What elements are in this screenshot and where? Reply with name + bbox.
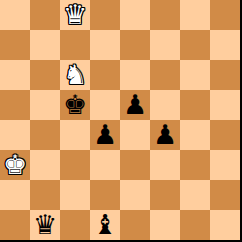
square-c3[interactable] xyxy=(60,150,90,180)
square-a8[interactable] xyxy=(0,0,30,30)
piece-black-queen[interactable]: ♛ xyxy=(33,211,57,238)
square-h4[interactable] xyxy=(210,120,240,150)
square-c1[interactable] xyxy=(60,210,90,240)
square-e2[interactable] xyxy=(120,180,150,210)
square-g3[interactable] xyxy=(180,150,210,180)
square-f1[interactable] xyxy=(150,210,180,240)
square-h7[interactable] xyxy=(210,30,240,60)
square-b8[interactable] xyxy=(30,0,60,30)
piece-white-queen[interactable]: ♛ xyxy=(63,1,87,28)
square-c2[interactable] xyxy=(60,180,90,210)
square-c5[interactable]: ♚ xyxy=(60,90,90,120)
square-f8[interactable] xyxy=(150,0,180,30)
chessboard-frame: ♛♞♚♟♟♟♚♛♝ xyxy=(0,0,242,242)
square-g4[interactable] xyxy=(180,120,210,150)
square-d2[interactable] xyxy=(90,180,120,210)
square-d1[interactable]: ♝ xyxy=(90,210,120,240)
square-a1[interactable] xyxy=(0,210,30,240)
square-h1[interactable] xyxy=(210,210,240,240)
square-g2[interactable] xyxy=(180,180,210,210)
piece-black-bishop[interactable]: ♝ xyxy=(93,211,117,238)
piece-white-king[interactable]: ♚ xyxy=(3,151,27,178)
square-c6[interactable]: ♞ xyxy=(60,60,90,90)
square-b7[interactable] xyxy=(30,30,60,60)
square-e4[interactable] xyxy=(120,120,150,150)
square-e3[interactable] xyxy=(120,150,150,180)
square-d7[interactable] xyxy=(90,30,120,60)
square-c4[interactable] xyxy=(60,120,90,150)
square-f6[interactable] xyxy=(150,60,180,90)
square-a7[interactable] xyxy=(0,30,30,60)
square-f3[interactable] xyxy=(150,150,180,180)
square-b3[interactable] xyxy=(30,150,60,180)
square-e7[interactable] xyxy=(120,30,150,60)
square-d4[interactable]: ♟ xyxy=(90,120,120,150)
square-h3[interactable] xyxy=(210,150,240,180)
square-f5[interactable] xyxy=(150,90,180,120)
square-b1[interactable]: ♛ xyxy=(30,210,60,240)
square-b6[interactable] xyxy=(30,60,60,90)
square-g5[interactable] xyxy=(180,90,210,120)
square-c7[interactable] xyxy=(60,30,90,60)
square-e1[interactable] xyxy=(120,210,150,240)
square-f2[interactable] xyxy=(150,180,180,210)
square-h2[interactable] xyxy=(210,180,240,210)
square-h6[interactable] xyxy=(210,60,240,90)
piece-black-pawn[interactable]: ♟ xyxy=(123,91,147,118)
square-a6[interactable] xyxy=(0,60,30,90)
square-e5[interactable]: ♟ xyxy=(120,90,150,120)
square-a4[interactable] xyxy=(0,120,30,150)
square-h5[interactable] xyxy=(210,90,240,120)
square-d6[interactable] xyxy=(90,60,120,90)
square-g1[interactable] xyxy=(180,210,210,240)
square-b2[interactable] xyxy=(30,180,60,210)
square-f7[interactable] xyxy=(150,30,180,60)
square-c8[interactable]: ♛ xyxy=(60,0,90,30)
chessboard: ♛♞♚♟♟♟♚♛♝ xyxy=(0,0,240,240)
piece-white-knight[interactable]: ♞ xyxy=(63,61,87,88)
square-b5[interactable] xyxy=(30,90,60,120)
piece-black-pawn[interactable]: ♟ xyxy=(93,121,117,148)
square-d5[interactable] xyxy=(90,90,120,120)
square-d8[interactable] xyxy=(90,0,120,30)
square-a2[interactable] xyxy=(0,180,30,210)
square-d3[interactable] xyxy=(90,150,120,180)
piece-black-pawn[interactable]: ♟ xyxy=(153,121,177,148)
square-f4[interactable]: ♟ xyxy=(150,120,180,150)
piece-black-king[interactable]: ♚ xyxy=(63,91,87,118)
square-h8[interactable] xyxy=(210,0,240,30)
square-e8[interactable] xyxy=(120,0,150,30)
square-b4[interactable] xyxy=(30,120,60,150)
square-e6[interactable] xyxy=(120,60,150,90)
square-g8[interactable] xyxy=(180,0,210,30)
square-a5[interactable] xyxy=(0,90,30,120)
square-g6[interactable] xyxy=(180,60,210,90)
square-g7[interactable] xyxy=(180,30,210,60)
square-a3[interactable]: ♚ xyxy=(0,150,30,180)
